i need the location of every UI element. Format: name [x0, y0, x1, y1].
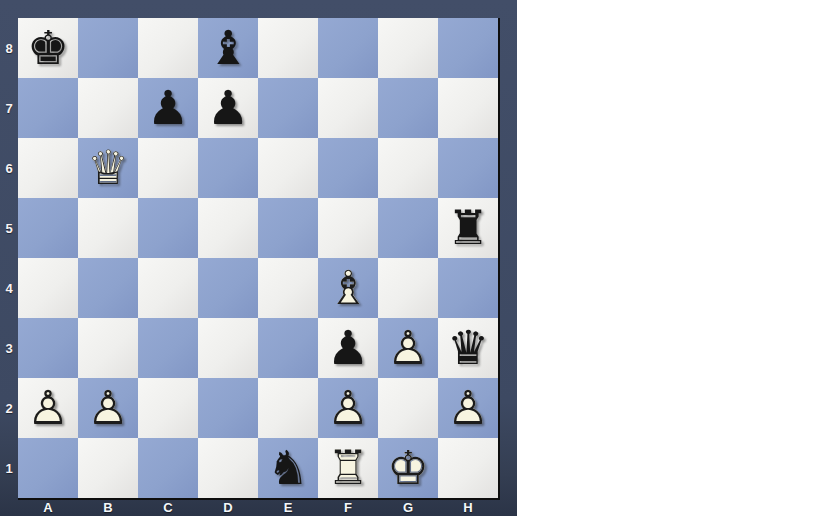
square-f6[interactable] — [318, 138, 378, 198]
file-label-d: D — [198, 499, 258, 516]
square-g2[interactable] — [378, 378, 438, 438]
square-g1[interactable]: ♚♔ — [378, 438, 438, 498]
square-h5[interactable]: ♜ — [438, 198, 498, 258]
square-c3[interactable] — [138, 318, 198, 378]
piece-white-pawn[interactable]: ♟♙ — [438, 378, 498, 438]
piece-white-queen[interactable]: ♛♕ — [78, 138, 138, 198]
rank-label-1: 1 — [0, 438, 18, 498]
square-g7[interactable] — [378, 78, 438, 138]
square-h2[interactable]: ♟♙ — [438, 378, 498, 438]
square-f4[interactable]: ♝♗ — [318, 258, 378, 318]
square-h6[interactable] — [438, 138, 498, 198]
piece-black-pawn[interactable]: ♟ — [138, 78, 198, 138]
square-b4[interactable] — [78, 258, 138, 318]
square-e1[interactable]: ♞ — [258, 438, 318, 498]
white-bishop-outline: ♗ — [318, 258, 378, 318]
white-pawn-outline: ♙ — [18, 378, 78, 438]
square-d7[interactable]: ♟ — [198, 78, 258, 138]
black-rook-glyph: ♜ — [438, 198, 498, 258]
square-b8[interactable] — [78, 18, 138, 78]
file-label-f: F — [318, 499, 378, 516]
chess-board-frame: ♚♝♟♟♛♕♜♝♗♟♟♙♛♟♙♟♙♟♙♟♙♞♜♖♚♔ 87654321 ABCD… — [0, 0, 517, 516]
piece-black-queen[interactable]: ♛ — [438, 318, 498, 378]
piece-white-king[interactable]: ♚♔ — [378, 438, 438, 498]
square-a5[interactable] — [18, 198, 78, 258]
piece-white-pawn[interactable]: ♟♙ — [78, 378, 138, 438]
square-d2[interactable] — [198, 378, 258, 438]
file-label-a: A — [18, 499, 78, 516]
square-c2[interactable] — [138, 378, 198, 438]
rank-label-4: 4 — [0, 258, 18, 318]
square-c8[interactable] — [138, 18, 198, 78]
square-e8[interactable] — [258, 18, 318, 78]
square-b2[interactable]: ♟♙ — [78, 378, 138, 438]
page: ♚♝♟♟♛♕♜♝♗♟♟♙♛♟♙♟♙♟♙♟♙♞♜♖♚♔ 87654321 ABCD… — [0, 0, 819, 516]
white-pawn-outline: ♙ — [78, 378, 138, 438]
square-a8[interactable]: ♚ — [18, 18, 78, 78]
piece-white-bishop[interactable]: ♝♗ — [318, 258, 378, 318]
black-bishop-glyph: ♝ — [198, 18, 258, 78]
square-c6[interactable] — [138, 138, 198, 198]
file-label-g: G — [378, 499, 438, 516]
square-b3[interactable] — [78, 318, 138, 378]
square-e6[interactable] — [258, 138, 318, 198]
black-pawn-glyph: ♟ — [318, 318, 378, 378]
square-d3[interactable] — [198, 318, 258, 378]
white-pawn-outline: ♙ — [378, 318, 438, 378]
black-knight-glyph: ♞ — [258, 438, 318, 498]
rank-label-7: 7 — [0, 78, 18, 138]
square-e2[interactable] — [258, 378, 318, 438]
black-pawn-glyph: ♟ — [138, 78, 198, 138]
rank-label-8: 8 — [0, 18, 18, 78]
black-queen-glyph: ♛ — [438, 318, 498, 378]
square-b6[interactable]: ♛♕ — [78, 138, 138, 198]
square-b5[interactable] — [78, 198, 138, 258]
black-pawn-glyph: ♟ — [198, 78, 258, 138]
square-d5[interactable] — [198, 198, 258, 258]
square-e4[interactable] — [258, 258, 318, 318]
square-d4[interactable] — [198, 258, 258, 318]
square-g3[interactable]: ♟♙ — [378, 318, 438, 378]
chess-board[interactable]: ♚♝♟♟♛♕♜♝♗♟♟♙♛♟♙♟♙♟♙♟♙♞♜♖♚♔ — [18, 18, 500, 500]
square-a2[interactable]: ♟♙ — [18, 378, 78, 438]
piece-white-pawn[interactable]: ♟♙ — [378, 318, 438, 378]
square-f1[interactable]: ♜♖ — [318, 438, 378, 498]
white-rook-outline: ♖ — [318, 438, 378, 498]
rank-label-5: 5 — [0, 198, 18, 258]
piece-black-pawn[interactable]: ♟ — [198, 78, 258, 138]
piece-black-king[interactable]: ♚ — [18, 18, 78, 78]
square-b7[interactable] — [78, 78, 138, 138]
square-c7[interactable]: ♟ — [138, 78, 198, 138]
piece-black-pawn[interactable]: ♟ — [318, 318, 378, 378]
square-a3[interactable] — [18, 318, 78, 378]
square-g6[interactable] — [378, 138, 438, 198]
white-pawn-outline: ♙ — [318, 378, 378, 438]
square-h8[interactable] — [438, 18, 498, 78]
piece-white-pawn[interactable]: ♟♙ — [318, 378, 378, 438]
file-label-h: H — [438, 499, 498, 516]
square-d1[interactable] — [198, 438, 258, 498]
rank-label-3: 3 — [0, 318, 18, 378]
white-king-outline: ♔ — [378, 438, 438, 498]
piece-black-rook[interactable]: ♜ — [438, 198, 498, 258]
square-b1[interactable] — [78, 438, 138, 498]
square-f8[interactable] — [318, 18, 378, 78]
square-h1[interactable] — [438, 438, 498, 498]
square-c4[interactable] — [138, 258, 198, 318]
square-h3[interactable]: ♛ — [438, 318, 498, 378]
square-h7[interactable] — [438, 78, 498, 138]
square-g5[interactable] — [378, 198, 438, 258]
piece-black-bishop[interactable]: ♝ — [198, 18, 258, 78]
white-pawn-outline: ♙ — [438, 378, 498, 438]
rank-label-2: 2 — [0, 378, 18, 438]
piece-white-rook[interactable]: ♜♖ — [318, 438, 378, 498]
square-c5[interactable] — [138, 198, 198, 258]
square-a4[interactable] — [18, 258, 78, 318]
square-e3[interactable] — [258, 318, 318, 378]
square-a1[interactable] — [18, 438, 78, 498]
square-f2[interactable]: ♟♙ — [318, 378, 378, 438]
square-d6[interactable] — [198, 138, 258, 198]
square-g4[interactable] — [378, 258, 438, 318]
file-label-e: E — [258, 499, 318, 516]
piece-white-pawn[interactable]: ♟♙ — [18, 378, 78, 438]
rank-label-6: 6 — [0, 138, 18, 198]
square-e5[interactable] — [258, 198, 318, 258]
square-h4[interactable] — [438, 258, 498, 318]
square-f5[interactable] — [318, 198, 378, 258]
black-king-glyph: ♚ — [18, 18, 78, 78]
square-e7[interactable] — [258, 78, 318, 138]
piece-black-knight[interactable]: ♞ — [258, 438, 318, 498]
square-c1[interactable] — [138, 438, 198, 498]
square-a6[interactable] — [18, 138, 78, 198]
square-g8[interactable] — [378, 18, 438, 78]
square-a7[interactable] — [18, 78, 78, 138]
square-d8[interactable]: ♝ — [198, 18, 258, 78]
file-label-b: B — [78, 499, 138, 516]
square-f3[interactable]: ♟ — [318, 318, 378, 378]
white-queen-outline: ♕ — [78, 138, 138, 198]
file-label-c: C — [138, 499, 198, 516]
square-f7[interactable] — [318, 78, 378, 138]
